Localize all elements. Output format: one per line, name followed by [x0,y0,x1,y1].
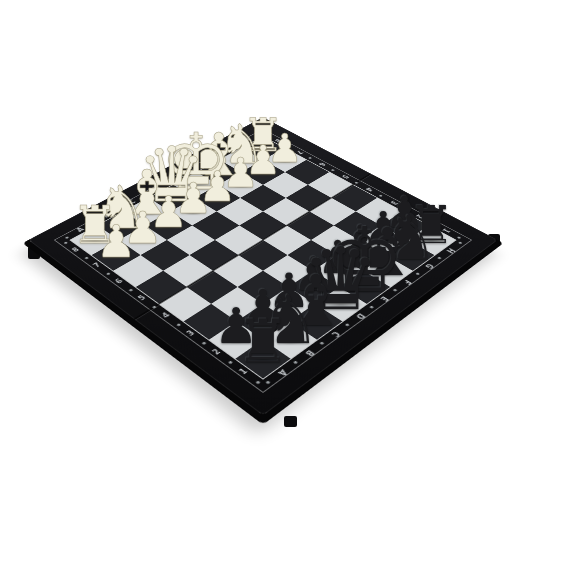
board-foot-bottom [284,416,297,427]
piece-black-rook-a1: ♜ [236,312,289,372]
product-photo: HHGGFFEEDDCCBBAA8877665544332211 ♜♞♝♛♚♝♞… [0,0,568,568]
piece-white-pawn-a7: ♟ [96,220,136,265]
